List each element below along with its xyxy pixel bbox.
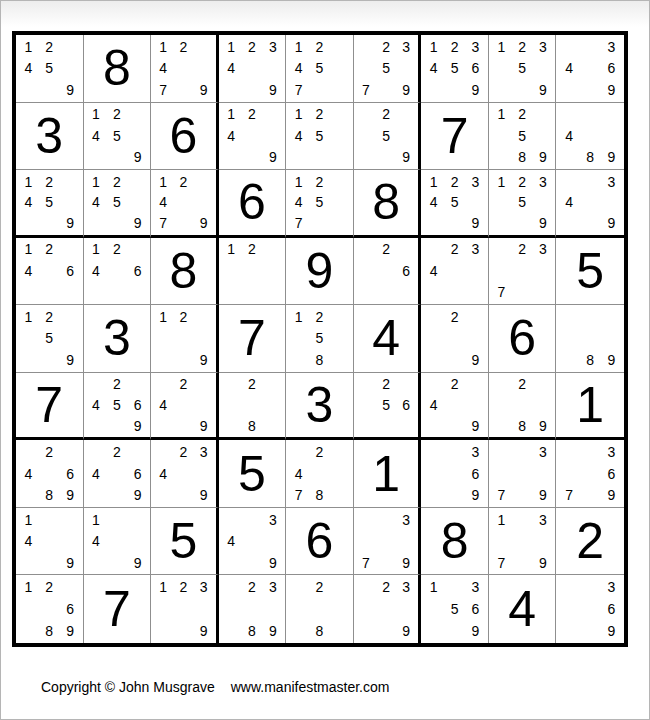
cell-r3c7: 123459 xyxy=(421,170,489,238)
candidate-digit: 2 xyxy=(242,374,263,395)
candidate-digit: 3 xyxy=(262,576,283,598)
candidate-digit: 9 xyxy=(533,484,554,506)
candidate-digit: 1 xyxy=(18,239,39,261)
candidate-digit: 1 xyxy=(288,36,309,58)
candidate-digit: 2 xyxy=(309,171,330,192)
candidate-digit: 6 xyxy=(60,463,81,485)
given-digit: 2 xyxy=(576,516,604,566)
candidate-digit: 9 xyxy=(60,484,81,506)
candidate-digit: 9 xyxy=(193,415,213,436)
candidate-digit: 8 xyxy=(39,484,60,506)
candidate-digit: 2 xyxy=(444,36,465,58)
candidate-digit: 1 xyxy=(86,104,107,126)
candidate-digit: 9 xyxy=(262,79,283,101)
candidate-digit: 4 xyxy=(423,58,444,80)
cell-r1c4: 12349 xyxy=(219,35,287,103)
given-digit: 7 xyxy=(238,313,266,363)
candidate-digit: 4 xyxy=(288,58,309,80)
given-digit: 3 xyxy=(103,313,131,363)
candidate-digit: 9 xyxy=(465,349,486,371)
cell-r4c1: 1246 xyxy=(16,238,84,306)
cell-r6c7: 249 xyxy=(421,373,489,441)
candidate-digit: 1 xyxy=(221,104,242,126)
candidate-digit: 5 xyxy=(376,125,396,147)
cell-r9c9: 369 xyxy=(556,575,624,643)
cell-r5c2: 3 xyxy=(84,305,152,373)
candidate-digit: 9 xyxy=(465,415,486,436)
candidate-digit: 4 xyxy=(288,192,309,213)
candidate-digit: 9 xyxy=(60,349,81,371)
candidate-digit: 2 xyxy=(173,171,193,192)
candidate-digit: 9 xyxy=(533,213,554,234)
candidate-digit: 4 xyxy=(18,192,39,213)
candidate-digit: 5 xyxy=(309,125,330,147)
candidate-digit: 4 xyxy=(18,530,39,552)
candidate-digit: 9 xyxy=(60,213,81,234)
candidate-digit: 2 xyxy=(309,441,330,463)
candidate-digit: 1 xyxy=(423,36,444,58)
candidate-digit: 2 xyxy=(242,104,263,126)
cell-r8c1: 149 xyxy=(16,508,84,576)
candidate-digit: 2 xyxy=(173,374,193,395)
candidate-digit: 1 xyxy=(86,239,107,261)
cell-r1c8: 12359 xyxy=(489,35,557,103)
candidate-digit: 4 xyxy=(86,395,107,416)
cell-r6c4: 28 xyxy=(219,373,287,441)
candidate-digit: 9 xyxy=(601,79,622,101)
candidate-digit: 2 xyxy=(444,374,465,395)
candidate-digit: 7 xyxy=(491,552,512,574)
candidate-digit: 9 xyxy=(127,147,148,169)
candidate-digit: 4 xyxy=(18,58,39,80)
candidate-digit: 2 xyxy=(444,239,465,261)
given-digit: 1 xyxy=(372,449,400,499)
candidate-digit: 5 xyxy=(512,125,533,147)
candidate-digit: 4 xyxy=(153,395,173,416)
candidate-digit: 2 xyxy=(309,36,330,58)
candidate-digit: 9 xyxy=(465,79,486,101)
cell-r3c3: 12479 xyxy=(151,170,219,238)
candidate-digit: 4 xyxy=(86,260,107,282)
candidate-digit: 3 xyxy=(533,171,554,192)
candidate-digit: 9 xyxy=(193,620,213,642)
cell-r9c2: 7 xyxy=(84,575,152,643)
candidate-digit: 1 xyxy=(86,171,107,192)
candidate-digit: 5 xyxy=(106,125,127,147)
candidate-digit: 9 xyxy=(396,79,416,101)
cell-r7c2: 2469 xyxy=(84,440,152,508)
candidate-digit: 2 xyxy=(309,576,330,598)
candidate-digit: 4 xyxy=(221,125,242,147)
candidate-digit: 7 xyxy=(491,282,512,304)
candidate-digit: 9 xyxy=(193,484,213,506)
cell-r2c3: 6 xyxy=(151,103,219,171)
candidate-digit: 2 xyxy=(173,306,193,328)
candidate-digit: 4 xyxy=(558,125,579,147)
candidate-digit: 2 xyxy=(376,576,396,598)
candidate-digit: 9 xyxy=(127,484,148,506)
cell-r6c3: 249 xyxy=(151,373,219,441)
given-digit: 7 xyxy=(35,380,63,430)
given-digit: 5 xyxy=(238,449,266,499)
candidate-digit: 6 xyxy=(465,598,486,620)
candidate-digit: 9 xyxy=(465,620,486,642)
candidate-digit: 5 xyxy=(444,192,465,213)
cell-r7c5: 2478 xyxy=(286,440,354,508)
given-digit: 8 xyxy=(441,516,469,566)
candidate-digit: 3 xyxy=(465,239,486,261)
candidate-digit: 3 xyxy=(193,576,213,598)
cell-r8c8: 1379 xyxy=(489,508,557,576)
candidate-digit: 7 xyxy=(153,213,173,234)
candidate-digit: 3 xyxy=(193,441,213,463)
given-digit: 7 xyxy=(441,111,469,161)
candidate-digit: 7 xyxy=(356,79,376,101)
cell-r2c1: 3 xyxy=(16,103,84,171)
candidate-digit: 8 xyxy=(512,415,533,436)
candidate-digit: 9 xyxy=(262,552,283,574)
candidate-digit: 2 xyxy=(376,239,396,261)
candidate-digit: 1 xyxy=(221,239,242,261)
candidate-digit: 3 xyxy=(396,36,416,58)
candidate-digit: 6 xyxy=(601,463,622,485)
candidate-digit: 1 xyxy=(491,171,512,192)
candidate-digit: 6 xyxy=(465,463,486,485)
candidate-digit: 5 xyxy=(444,58,465,80)
cell-r7c7: 369 xyxy=(421,440,489,508)
candidate-digit: 4 xyxy=(18,463,39,485)
candidate-digit: 9 xyxy=(60,620,81,642)
candidate-digit: 6 xyxy=(60,598,81,620)
cell-r1c9: 3469 xyxy=(556,35,624,103)
given-digit: 6 xyxy=(169,111,197,161)
cell-r5c4: 7 xyxy=(219,305,287,373)
candidate-digit: 2 xyxy=(106,441,127,463)
cell-r4c6: 26 xyxy=(354,238,422,306)
candidate-digit: 2 xyxy=(309,306,330,328)
cell-r4c3: 8 xyxy=(151,238,219,306)
candidate-digit: 3 xyxy=(262,509,283,531)
candidate-digit: 2 xyxy=(106,104,127,126)
candidate-digit: 6 xyxy=(396,260,416,282)
cell-r2c5: 1245 xyxy=(286,103,354,171)
candidate-digit: 3 xyxy=(465,441,486,463)
candidate-digit: 1 xyxy=(288,306,309,328)
candidate-digit: 4 xyxy=(423,260,444,282)
candidate-digit: 5 xyxy=(39,192,60,213)
candidate-digit: 5 xyxy=(512,58,533,80)
candidate-digit: 4 xyxy=(221,58,242,80)
candidate-digit: 9 xyxy=(127,415,148,436)
candidate-digit: 4 xyxy=(288,125,309,147)
candidate-digit: 9 xyxy=(60,552,81,574)
candidate-digit: 2 xyxy=(309,104,330,126)
candidate-digit: 3 xyxy=(533,239,554,261)
candidate-digit: 8 xyxy=(580,147,601,169)
candidate-digit: 2 xyxy=(173,36,193,58)
cell-r2c8: 12589 xyxy=(489,103,557,171)
cell-r3c1: 12459 xyxy=(16,170,84,238)
candidate-digit: 9 xyxy=(193,349,213,371)
candidate-digit: 7 xyxy=(491,484,512,506)
candidate-digit: 4 xyxy=(423,192,444,213)
candidate-digit: 3 xyxy=(601,36,622,58)
candidate-digit: 2 xyxy=(39,441,60,463)
candidate-digit: 2 xyxy=(39,239,60,261)
candidate-digit: 4 xyxy=(558,192,579,213)
cell-r6c9: 1 xyxy=(556,373,624,441)
cell-r1c1: 12459 xyxy=(16,35,84,103)
candidate-digit: 8 xyxy=(309,620,330,642)
cell-r4c8: 237 xyxy=(489,238,557,306)
candidate-digit: 9 xyxy=(262,147,283,169)
cell-r4c4: 12 xyxy=(219,238,287,306)
candidate-digit: 1 xyxy=(153,576,173,598)
cell-r8c7: 8 xyxy=(421,508,489,576)
candidate-digit: 2 xyxy=(39,306,60,328)
candidate-digit: 5 xyxy=(309,328,330,350)
candidate-digit: 9 xyxy=(396,147,416,169)
candidate-digit: 7 xyxy=(288,213,309,234)
cell-r9c3: 1239 xyxy=(151,575,219,643)
candidate-digit: 2 xyxy=(444,171,465,192)
candidate-digit: 8 xyxy=(242,415,263,436)
candidate-digit: 8 xyxy=(39,620,60,642)
candidate-digit: 9 xyxy=(127,213,148,234)
given-digit: 7 xyxy=(103,584,131,634)
candidate-digit: 2 xyxy=(512,104,533,126)
cell-r9c1: 12689 xyxy=(16,575,84,643)
candidate-digit: 7 xyxy=(153,79,173,101)
cell-r4c5: 9 xyxy=(286,238,354,306)
given-digit: 4 xyxy=(508,584,536,634)
candidate-digit: 3 xyxy=(601,576,622,598)
cell-r7c8: 379 xyxy=(489,440,557,508)
puzzle-page: 1245981247912349124572357912345691235934… xyxy=(0,0,650,720)
cell-r2c6: 259 xyxy=(354,103,422,171)
candidate-digit: 3 xyxy=(262,36,283,58)
cell-r8c6: 379 xyxy=(354,508,422,576)
candidate-digit: 4 xyxy=(153,58,173,80)
candidate-digit: 2 xyxy=(242,576,263,598)
cell-r5c6: 4 xyxy=(354,305,422,373)
candidate-digit: 1 xyxy=(288,104,309,126)
cell-r5c3: 129 xyxy=(151,305,219,373)
cell-r7c1: 24689 xyxy=(16,440,84,508)
candidate-digit: 9 xyxy=(60,79,81,101)
cell-r9c8: 4 xyxy=(489,575,557,643)
candidate-digit: 2 xyxy=(39,576,60,598)
cell-r7c9: 3679 xyxy=(556,440,624,508)
candidate-digit: 9 xyxy=(396,620,416,642)
candidate-digit: 4 xyxy=(86,463,107,485)
cell-r8c5: 6 xyxy=(286,508,354,576)
cell-r2c4: 1249 xyxy=(219,103,287,171)
candidate-digit: 4 xyxy=(558,58,579,80)
candidate-digit: 9 xyxy=(193,213,213,234)
given-digit: 6 xyxy=(238,177,266,227)
candidate-digit: 8 xyxy=(512,147,533,169)
candidate-digit: 2 xyxy=(39,171,60,192)
candidate-digit: 1 xyxy=(18,576,39,598)
cell-r3c8: 12359 xyxy=(489,170,557,238)
given-digit: 8 xyxy=(103,43,131,93)
candidate-digit: 9 xyxy=(601,484,622,506)
candidate-digit: 6 xyxy=(601,598,622,620)
candidate-digit: 1 xyxy=(18,306,39,328)
cell-r2c7: 7 xyxy=(421,103,489,171)
candidate-digit: 6 xyxy=(396,395,416,416)
candidate-digit: 8 xyxy=(309,484,330,506)
candidate-digit: 9 xyxy=(127,552,148,574)
candidate-digit: 2 xyxy=(242,239,263,261)
candidate-digit: 9 xyxy=(533,552,554,574)
candidate-digit: 2 xyxy=(512,374,533,395)
page-top-shading xyxy=(1,1,649,27)
candidate-digit: 4 xyxy=(86,530,107,552)
given-digit: 6 xyxy=(508,313,536,363)
candidate-digit: 9 xyxy=(262,620,283,642)
candidate-digit: 1 xyxy=(18,171,39,192)
candidate-digit: 3 xyxy=(533,509,554,531)
cell-r8c2: 149 xyxy=(84,508,152,576)
candidate-digit: 9 xyxy=(533,147,554,169)
candidate-digit: 3 xyxy=(396,509,416,531)
candidate-digit: 6 xyxy=(601,58,622,80)
given-digit: 4 xyxy=(372,313,400,363)
candidate-digit: 4 xyxy=(288,463,309,485)
candidate-digit: 9 xyxy=(533,79,554,101)
candidate-digit: 3 xyxy=(533,36,554,58)
candidate-digit: 3 xyxy=(465,576,486,598)
candidate-digit: 5 xyxy=(376,395,396,416)
cell-r6c6: 256 xyxy=(354,373,422,441)
candidate-digit: 4 xyxy=(153,192,173,213)
candidate-digit: 3 xyxy=(465,171,486,192)
candidate-digit: 3 xyxy=(601,171,622,192)
candidate-digit: 5 xyxy=(39,58,60,80)
candidate-digit: 2 xyxy=(512,239,533,261)
cell-r9c6: 239 xyxy=(354,575,422,643)
candidate-digit: 9 xyxy=(465,484,486,506)
candidate-digit: 5 xyxy=(309,58,330,80)
cell-r4c7: 234 xyxy=(421,238,489,306)
candidate-digit: 5 xyxy=(512,192,533,213)
candidate-digit: 5 xyxy=(39,328,60,350)
candidate-digit: 9 xyxy=(601,349,622,371)
cell-r5c9: 89 xyxy=(556,305,624,373)
cell-r4c9: 5 xyxy=(556,238,624,306)
cell-r3c5: 12457 xyxy=(286,170,354,238)
candidate-digit: 1 xyxy=(491,104,512,126)
candidate-digit: 2 xyxy=(444,306,465,328)
candidate-digit: 2 xyxy=(376,104,396,126)
candidate-digit: 5 xyxy=(106,395,127,416)
candidate-digit: 1 xyxy=(18,509,39,531)
candidate-digit: 8 xyxy=(580,349,601,371)
footer: Copyright © John Musgrave www.manifestma… xyxy=(41,679,389,695)
cell-r7c6: 1 xyxy=(354,440,422,508)
candidate-digit: 2 xyxy=(512,36,533,58)
cell-r5c1: 1259 xyxy=(16,305,84,373)
given-digit: 8 xyxy=(372,177,400,227)
candidate-digit: 1 xyxy=(288,171,309,192)
candidate-digit: 6 xyxy=(127,463,148,485)
cell-r7c4: 5 xyxy=(219,440,287,508)
website-text: www.manifestmaster.com xyxy=(231,679,390,695)
candidate-digit: 5 xyxy=(106,192,127,213)
given-digit: 9 xyxy=(306,246,334,296)
cell-r1c6: 23579 xyxy=(354,35,422,103)
cell-r4c2: 1246 xyxy=(84,238,152,306)
cell-r3c9: 349 xyxy=(556,170,624,238)
candidate-digit: 2 xyxy=(173,576,193,598)
cell-r8c3: 5 xyxy=(151,508,219,576)
candidate-digit: 5 xyxy=(444,598,465,620)
cell-r1c2: 8 xyxy=(84,35,152,103)
candidate-digit: 7 xyxy=(558,484,579,506)
candidate-digit: 1 xyxy=(153,36,173,58)
candidate-digit: 9 xyxy=(601,620,622,642)
candidate-digit: 2 xyxy=(512,171,533,192)
cell-r6c5: 3 xyxy=(286,373,354,441)
cell-r9c7: 13569 xyxy=(421,575,489,643)
candidate-digit: 4 xyxy=(18,260,39,282)
candidate-digit: 1 xyxy=(221,36,242,58)
given-digit: 3 xyxy=(35,111,63,161)
candidate-digit: 3 xyxy=(396,576,416,598)
candidate-digit: 2 xyxy=(376,374,396,395)
candidate-digit: 3 xyxy=(533,441,554,463)
candidate-digit: 9 xyxy=(601,213,622,234)
cell-r8c9: 2 xyxy=(556,508,624,576)
candidate-digit: 1 xyxy=(18,36,39,58)
candidate-digit: 3 xyxy=(465,36,486,58)
candidate-digit: 1 xyxy=(423,576,444,598)
candidate-digit: 4 xyxy=(423,395,444,416)
candidate-digit: 6 xyxy=(127,395,148,416)
cell-r2c9: 489 xyxy=(556,103,624,171)
candidate-digit: 1 xyxy=(423,171,444,192)
sudoku-board: 1245981247912349124572357912345691235934… xyxy=(12,31,628,647)
candidate-digit: 5 xyxy=(376,58,396,80)
candidate-digit: 2 xyxy=(106,239,127,261)
candidate-digit: 2 xyxy=(106,374,127,395)
candidate-digit: 2 xyxy=(242,36,263,58)
cell-r2c2: 12459 xyxy=(84,103,152,171)
candidate-digit: 2 xyxy=(173,441,193,463)
copyright-text: Copyright © John Musgrave xyxy=(41,679,215,695)
cell-r6c1: 7 xyxy=(16,373,84,441)
candidate-digit: 6 xyxy=(60,260,81,282)
cell-r5c5: 1258 xyxy=(286,305,354,373)
candidate-digit: 8 xyxy=(242,620,263,642)
candidate-digit: 4 xyxy=(86,125,107,147)
candidate-digit: 2 xyxy=(39,36,60,58)
cell-r1c3: 12479 xyxy=(151,35,219,103)
cell-r3c2: 12459 xyxy=(84,170,152,238)
candidate-digit: 9 xyxy=(601,147,622,169)
cell-r7c3: 2349 xyxy=(151,440,219,508)
candidate-digit: 8 xyxy=(309,349,330,371)
cell-r9c4: 2389 xyxy=(219,575,287,643)
candidate-digit: 9 xyxy=(193,79,213,101)
given-digit: 5 xyxy=(576,246,604,296)
given-digit: 1 xyxy=(576,380,604,430)
candidate-digit: 9 xyxy=(533,415,554,436)
given-digit: 6 xyxy=(306,516,334,566)
cell-r6c8: 289 xyxy=(489,373,557,441)
